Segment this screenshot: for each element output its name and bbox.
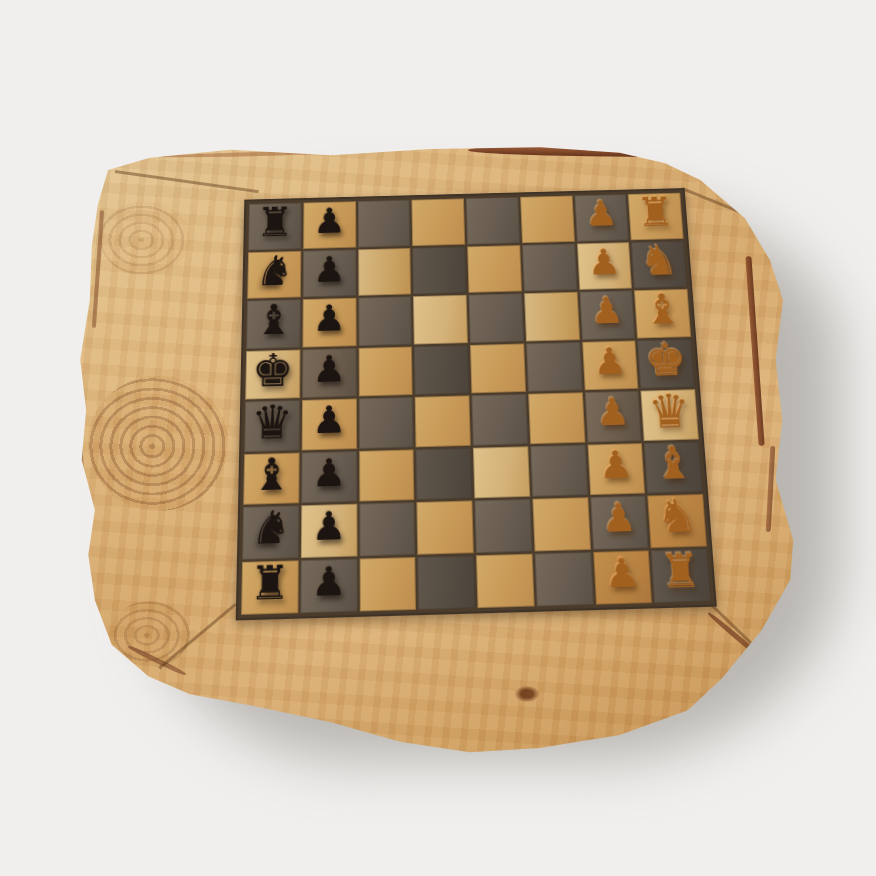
- brown-pawn: ♟: [587, 244, 622, 280]
- square-r8c6: [534, 551, 593, 606]
- black-pawn: ♟: [313, 204, 346, 239]
- brown-pawn: ♟: [584, 196, 619, 231]
- square-r1c1: ♜: [248, 203, 301, 250]
- black-rook: ♜: [249, 559, 291, 607]
- square-r7c6: [532, 497, 590, 551]
- brown-bishop: ♝: [642, 288, 683, 331]
- brown-pawn: ♟: [595, 393, 631, 431]
- square-r4c6: [526, 341, 582, 391]
- square-r3c3: [358, 296, 412, 345]
- black-pawn: ♟: [311, 561, 346, 602]
- brown-pawn: ♟: [598, 445, 635, 484]
- square-r6c3: [359, 449, 415, 502]
- square-r6c5: [473, 446, 530, 499]
- brown-pawn: ♟: [589, 293, 624, 330]
- square-r8c5: [476, 553, 534, 608]
- square-r1c8: ♜: [628, 193, 684, 240]
- square-r2c2: ♟: [303, 249, 356, 297]
- square-r2c8: ♞: [631, 240, 687, 288]
- square-r6c8: ♝: [644, 441, 703, 493]
- square-r5c8: ♛: [641, 389, 699, 440]
- square-r5c7: ♟: [584, 391, 642, 442]
- brown-pawn: ♟: [592, 342, 628, 380]
- square-r7c1: ♞: [242, 505, 299, 559]
- product-photo: ♜♟♟♜♞♟♟♞♝♟♟♝♚♟♟♚♛♟♟♛♝♟♟♝♞♟♟♞♜♟♟♜: [0, 0, 876, 876]
- black-pawn: ♟: [312, 350, 346, 388]
- black-pawn: ♟: [312, 453, 347, 492]
- square-r2c5: [467, 245, 522, 293]
- square-r4c8: ♚: [637, 338, 694, 388]
- square-r4c4: [414, 345, 469, 395]
- square-r2c6: [522, 243, 577, 291]
- square-r1c5: [466, 197, 520, 244]
- black-pawn: ♟: [313, 251, 346, 287]
- square-r8c1: ♜: [241, 560, 299, 615]
- square-r6c1: ♝: [243, 452, 299, 505]
- square-r1c3: [357, 200, 410, 247]
- square-r7c4: [417, 500, 474, 554]
- brown-rook: ♜: [635, 192, 676, 233]
- square-r8c3: [359, 556, 416, 611]
- square-r1c7: ♟: [574, 194, 629, 241]
- square-r5c5: [471, 394, 527, 445]
- square-r8c4: [418, 555, 476, 610]
- black-rook: ♜: [256, 202, 294, 243]
- square-r2c4: [412, 246, 466, 294]
- square-r7c8: ♞: [647, 494, 707, 548]
- square-r5c4: [415, 395, 471, 446]
- black-pawn: ♟: [312, 401, 346, 440]
- square-r2c1: ♞: [247, 250, 301, 298]
- square-r3c7: ♟: [579, 290, 635, 339]
- square-r7c7: ♟: [590, 496, 649, 550]
- square-r4c5: [470, 343, 526, 393]
- brown-king: ♚: [643, 336, 688, 382]
- black-knight: ♞: [255, 250, 294, 292]
- brown-pawn: ♟: [600, 498, 637, 538]
- square-r3c5: [469, 293, 524, 342]
- wooden-board: ♜♟♟♜♞♟♟♞♝♟♟♝♚♟♟♚♛♟♟♛♝♟♟♝♞♟♟♞♜♟♟♜: [70, 146, 802, 764]
- square-r5c2: ♟: [301, 398, 356, 450]
- square-r6c2: ♟: [301, 451, 357, 504]
- brown-bishop: ♝: [652, 440, 695, 485]
- square-r6c7: ♟: [587, 443, 645, 496]
- black-bishop: ♝: [251, 452, 292, 498]
- square-r5c3: [358, 397, 413, 449]
- square-r3c6: [524, 292, 580, 341]
- square-r5c1: ♛: [244, 400, 300, 452]
- black-pawn: ♟: [312, 300, 346, 337]
- black-knight: ♞: [250, 505, 291, 552]
- square-r8c7: ♟: [593, 550, 653, 605]
- black-pawn: ♟: [311, 506, 346, 546]
- wood-knot-top-left: [100, 201, 190, 276]
- square-r7c3: [359, 502, 416, 556]
- brown-rook: ♜: [659, 548, 703, 596]
- square-r5c6: [528, 392, 585, 443]
- black-king: ♚: [252, 347, 294, 394]
- square-r3c2: ♟: [302, 298, 356, 347]
- square-r3c4: [413, 295, 468, 344]
- square-r4c7: ♟: [582, 340, 639, 390]
- square-r1c6: [520, 196, 575, 243]
- brown-queen: ♛: [647, 387, 692, 434]
- square-r1c4: [412, 198, 466, 245]
- brown-pawn: ♟: [603, 552, 641, 593]
- square-r1c2: ♟: [303, 201, 356, 248]
- square-r2c7: ♟: [577, 242, 633, 290]
- brown-knight: ♞: [638, 240, 679, 282]
- square-r4c3: [358, 346, 413, 396]
- square-r8c8: ♜: [651, 548, 711, 603]
- square-r4c2: ♟: [302, 348, 357, 398]
- black-bishop: ♝: [254, 299, 293, 342]
- square-r2c3: [358, 248, 412, 296]
- square-r6c4: [416, 447, 473, 500]
- square-r8c2: ♟: [300, 558, 357, 613]
- square-r4c1: ♚: [245, 349, 300, 399]
- square-r6c6: [530, 444, 588, 497]
- square-r7c2: ♟: [301, 504, 357, 558]
- wood-knot-bottom: [515, 686, 539, 702]
- square-r3c8: ♝: [634, 289, 691, 338]
- black-queen: ♛: [251, 398, 294, 446]
- square-r3c1: ♝: [246, 299, 300, 348]
- wood-knot-left: [88, 376, 228, 511]
- checkerboard: ♜♟♟♜♞♟♟♞♝♟♟♝♚♟♟♚♛♟♟♛♝♟♟♝♞♟♟♞♜♟♟♜: [236, 188, 717, 620]
- brown-knight: ♞: [655, 493, 698, 539]
- square-r7c5: [474, 499, 532, 553]
